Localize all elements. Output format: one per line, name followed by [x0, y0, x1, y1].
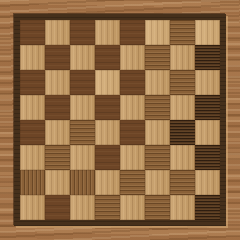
- square-c2[interactable]: [70, 170, 95, 195]
- square-h1[interactable]: [195, 195, 220, 220]
- square-h5[interactable]: [195, 95, 220, 120]
- square-g7[interactable]: [170, 45, 195, 70]
- square-e7[interactable]: [120, 45, 145, 70]
- square-b3[interactable]: [45, 145, 70, 170]
- square-a7[interactable]: [20, 45, 45, 70]
- square-a4[interactable]: [20, 120, 45, 145]
- square-c7[interactable]: [70, 45, 95, 70]
- square-a2[interactable]: [20, 170, 45, 195]
- square-f8[interactable]: [145, 20, 170, 45]
- square-a6[interactable]: [20, 70, 45, 95]
- square-c6[interactable]: [70, 70, 95, 95]
- square-c3[interactable]: [70, 145, 95, 170]
- square-d7[interactable]: [95, 45, 120, 70]
- square-a1[interactable]: [20, 195, 45, 220]
- square-d5[interactable]: [95, 95, 120, 120]
- square-b7[interactable]: [45, 45, 70, 70]
- wooden-frame: [0, 0, 240, 240]
- square-a5[interactable]: [20, 95, 45, 120]
- square-h7[interactable]: [195, 45, 220, 70]
- square-g1[interactable]: [170, 195, 195, 220]
- square-f5[interactable]: [145, 95, 170, 120]
- square-g2[interactable]: [170, 170, 195, 195]
- square-h8[interactable]: [195, 20, 220, 45]
- square-e4[interactable]: [120, 120, 145, 145]
- square-g5[interactable]: [170, 95, 195, 120]
- square-f4[interactable]: [145, 120, 170, 145]
- square-h2[interactable]: [195, 170, 220, 195]
- square-d8[interactable]: [95, 20, 120, 45]
- square-d6[interactable]: [95, 70, 120, 95]
- square-b5[interactable]: [45, 95, 70, 120]
- square-b2[interactable]: [45, 170, 70, 195]
- square-e2[interactable]: [120, 170, 145, 195]
- square-g6[interactable]: [170, 70, 195, 95]
- square-e1[interactable]: [120, 195, 145, 220]
- square-a3[interactable]: [20, 145, 45, 170]
- square-f3[interactable]: [145, 145, 170, 170]
- square-h4[interactable]: [195, 120, 220, 145]
- square-f6[interactable]: [145, 70, 170, 95]
- square-b4[interactable]: [45, 120, 70, 145]
- square-d4[interactable]: [95, 120, 120, 145]
- square-e8[interactable]: [120, 20, 145, 45]
- board-border: [14, 14, 226, 226]
- square-c8[interactable]: [70, 20, 95, 45]
- square-f1[interactable]: [145, 195, 170, 220]
- square-g8[interactable]: [170, 20, 195, 45]
- square-d3[interactable]: [95, 145, 120, 170]
- square-b1[interactable]: [45, 195, 70, 220]
- square-a8[interactable]: [20, 20, 45, 45]
- square-c4[interactable]: [70, 120, 95, 145]
- square-b6[interactable]: [45, 70, 70, 95]
- square-e5[interactable]: [120, 95, 145, 120]
- square-g3[interactable]: [170, 145, 195, 170]
- square-h3[interactable]: [195, 145, 220, 170]
- square-e3[interactable]: [120, 145, 145, 170]
- chess-board: [20, 20, 220, 220]
- square-g4[interactable]: [170, 120, 195, 145]
- square-e6[interactable]: [120, 70, 145, 95]
- square-f7[interactable]: [145, 45, 170, 70]
- square-c1[interactable]: [70, 195, 95, 220]
- square-d2[interactable]: [95, 170, 120, 195]
- square-c5[interactable]: [70, 95, 95, 120]
- square-b8[interactable]: [45, 20, 70, 45]
- square-f2[interactable]: [145, 170, 170, 195]
- square-d1[interactable]: [95, 195, 120, 220]
- square-h6[interactable]: [195, 70, 220, 95]
